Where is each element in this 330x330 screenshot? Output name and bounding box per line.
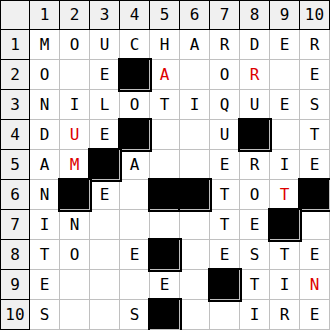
cell-r6c2-black bbox=[60, 180, 90, 210]
cell-r3c9[interactable]: E bbox=[270, 90, 300, 120]
cell-r1c5[interactable]: H bbox=[150, 30, 180, 60]
cell-r1c9[interactable]: E bbox=[270, 30, 300, 60]
cell-r3c7[interactable]: Q bbox=[210, 90, 240, 120]
cell-r8c6[interactable] bbox=[180, 240, 210, 270]
cell-r3c1[interactable]: N bbox=[30, 90, 60, 120]
cell-r3c6[interactable]: I bbox=[180, 90, 210, 120]
cell-r8c8[interactable]: S bbox=[240, 240, 270, 270]
cell-r8c3[interactable] bbox=[90, 240, 120, 270]
cell-r6c5-black bbox=[150, 180, 180, 210]
col-header-4: 4 bbox=[120, 0, 150, 30]
col-header-9: 9 bbox=[270, 0, 300, 30]
cell-r7c6[interactable] bbox=[180, 210, 210, 240]
cell-r3c8[interactable]: U bbox=[240, 90, 270, 120]
cell-r10c5-black bbox=[150, 300, 180, 330]
cell-r6c4[interactable] bbox=[120, 180, 150, 210]
cell-r6c10-black bbox=[300, 180, 330, 210]
cell-r2c2[interactable] bbox=[60, 60, 90, 90]
cell-r10c3[interactable] bbox=[90, 300, 120, 330]
cell-r9c5[interactable]: E bbox=[150, 270, 180, 300]
cell-r2c6[interactable] bbox=[180, 60, 210, 90]
cell-r5c5[interactable] bbox=[150, 150, 180, 180]
cell-r10c9[interactable]: R bbox=[270, 300, 300, 330]
crossword-grid: 123456789101MOUCHARDER2OEAORE3NILOTIQUES… bbox=[0, 0, 330, 330]
row-header-8: 8 bbox=[0, 240, 30, 270]
cell-r7c10[interactable] bbox=[300, 210, 330, 240]
col-header-7: 7 bbox=[210, 0, 240, 30]
col-header-10: 10 bbox=[300, 0, 330, 30]
cell-r3c2[interactable]: I bbox=[60, 90, 90, 120]
cell-r5c7[interactable]: E bbox=[210, 150, 240, 180]
cell-r2c8[interactable]: R bbox=[240, 60, 270, 90]
cell-r4c8-black bbox=[240, 120, 270, 150]
cell-r8c1[interactable]: T bbox=[30, 240, 60, 270]
cell-r9c9[interactable]: I bbox=[270, 270, 300, 300]
col-header-8: 8 bbox=[240, 0, 270, 30]
col-header-3: 3 bbox=[90, 0, 120, 30]
cell-r9c1[interactable]: E bbox=[30, 270, 60, 300]
cell-r4c7[interactable]: U bbox=[210, 120, 240, 150]
cell-r4c10[interactable]: T bbox=[300, 120, 330, 150]
col-header-5: 5 bbox=[150, 0, 180, 30]
cell-r7c5[interactable] bbox=[150, 210, 180, 240]
cell-r5c3-black bbox=[90, 150, 120, 180]
cell-r2c10[interactable]: E bbox=[300, 60, 330, 90]
row-header-10: 10 bbox=[0, 300, 30, 330]
cell-r7c7[interactable]: T bbox=[210, 210, 240, 240]
cell-r7c8[interactable]: E bbox=[240, 210, 270, 240]
cell-r4c5[interactable] bbox=[150, 120, 180, 150]
cell-r10c10[interactable]: E bbox=[300, 300, 330, 330]
cell-r7c3[interactable] bbox=[90, 210, 120, 240]
cell-r5c9[interactable]: I bbox=[270, 150, 300, 180]
corner-cell bbox=[0, 0, 30, 30]
cell-r3c3[interactable]: L bbox=[90, 90, 120, 120]
cell-r9c8[interactable]: T bbox=[240, 270, 270, 300]
cell-r8c4[interactable]: E bbox=[120, 240, 150, 270]
row-header-9: 9 bbox=[0, 270, 30, 300]
cell-r9c10[interactable]: N bbox=[300, 270, 330, 300]
cell-r8c7[interactable]: E bbox=[210, 240, 240, 270]
cell-r1c1[interactable]: M bbox=[30, 30, 60, 60]
cell-r2c1[interactable]: O bbox=[30, 60, 60, 90]
cell-r10c7[interactable] bbox=[210, 300, 240, 330]
cell-r1c4[interactable]: C bbox=[120, 30, 150, 60]
cell-r10c4[interactable]: S bbox=[120, 300, 150, 330]
cell-r9c7-black bbox=[210, 270, 240, 300]
cell-r5c8[interactable]: R bbox=[240, 150, 270, 180]
cell-r5c1[interactable]: A bbox=[30, 150, 60, 180]
cell-r2c7[interactable]: O bbox=[210, 60, 240, 90]
row-header-2: 2 bbox=[0, 60, 30, 90]
cell-r9c3[interactable] bbox=[90, 270, 120, 300]
cell-r3c5[interactable]: T bbox=[150, 90, 180, 120]
cell-r6c1[interactable]: N bbox=[30, 180, 60, 210]
cell-r6c6-black bbox=[180, 180, 210, 210]
cell-r4c9[interactable] bbox=[270, 120, 300, 150]
cell-r6c7[interactable]: T bbox=[210, 180, 240, 210]
cell-r9c2[interactable] bbox=[60, 270, 90, 300]
cell-r1c10[interactable]: R bbox=[300, 30, 330, 60]
cell-r5c10[interactable]: E bbox=[300, 150, 330, 180]
cell-r4c2[interactable]: U bbox=[60, 120, 90, 150]
cell-r3c4[interactable]: O bbox=[120, 90, 150, 120]
cell-r10c6[interactable] bbox=[180, 300, 210, 330]
cell-r10c1[interactable]: S bbox=[30, 300, 60, 330]
cell-r1c2[interactable]: O bbox=[60, 30, 90, 60]
row-header-3: 3 bbox=[0, 90, 30, 120]
cell-r7c2[interactable]: N bbox=[60, 210, 90, 240]
row-header-1: 1 bbox=[0, 30, 30, 60]
cell-r8c10[interactable]: E bbox=[300, 240, 330, 270]
cell-r2c3[interactable]: E bbox=[90, 60, 120, 90]
cell-r3c10[interactable]: S bbox=[300, 90, 330, 120]
cell-r7c1[interactable]: I bbox=[30, 210, 60, 240]
cell-r5c2[interactable]: M bbox=[60, 150, 90, 180]
col-header-6: 6 bbox=[180, 0, 210, 30]
cell-r7c4[interactable] bbox=[120, 210, 150, 240]
row-header-6: 6 bbox=[0, 180, 30, 210]
cell-r6c8[interactable]: O bbox=[240, 180, 270, 210]
cell-r5c6[interactable] bbox=[180, 150, 210, 180]
row-header-7: 7 bbox=[0, 210, 30, 240]
cell-r1c7[interactable]: R bbox=[210, 30, 240, 60]
cell-r2c4-black bbox=[120, 60, 150, 90]
cell-r10c8[interactable]: I bbox=[240, 300, 270, 330]
col-header-1: 1 bbox=[30, 0, 60, 30]
col-header-2: 2 bbox=[60, 0, 90, 30]
cell-r1c3[interactable]: U bbox=[90, 30, 120, 60]
cell-r6c9[interactable]: T bbox=[270, 180, 300, 210]
cell-r5c4[interactable]: A bbox=[120, 150, 150, 180]
cell-r1c6[interactable]: A bbox=[180, 30, 210, 60]
cell-r9c6[interactable] bbox=[180, 270, 210, 300]
cell-r4c1[interactable]: D bbox=[30, 120, 60, 150]
row-header-4: 4 bbox=[0, 120, 30, 150]
cell-r9c4[interactable] bbox=[120, 270, 150, 300]
cell-r8c2[interactable]: O bbox=[60, 240, 90, 270]
cell-r8c9[interactable]: T bbox=[270, 240, 300, 270]
cell-r6c3[interactable]: E bbox=[90, 180, 120, 210]
cell-r1c8[interactable]: D bbox=[240, 30, 270, 60]
cell-r8c5-black bbox=[150, 240, 180, 270]
cell-r4c6[interactable] bbox=[180, 120, 210, 150]
cell-r4c4-black bbox=[120, 120, 150, 150]
cell-r4c3[interactable]: E bbox=[90, 120, 120, 150]
cell-r7c9-black bbox=[270, 210, 300, 240]
cell-r2c5[interactable]: A bbox=[150, 60, 180, 90]
cell-r10c2[interactable] bbox=[60, 300, 90, 330]
row-header-5: 5 bbox=[0, 150, 30, 180]
cell-r2c9[interactable] bbox=[270, 60, 300, 90]
